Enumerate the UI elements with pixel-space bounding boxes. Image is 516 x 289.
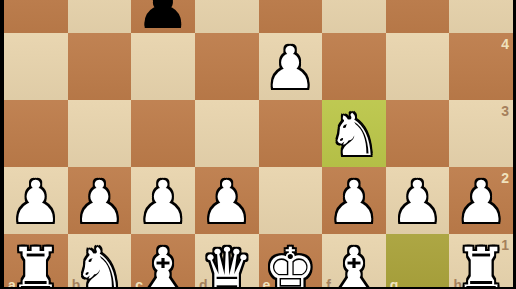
square-d4[interactable]	[195, 33, 259, 100]
black-pawn[interactable]: ♟	[137, 0, 189, 36]
square-f3[interactable]: ♞	[322, 100, 386, 167]
white-pawn[interactable]: ♟	[328, 173, 380, 231]
white-pawn[interactable]: ♟	[201, 173, 253, 231]
square-e4[interactable]: ♟	[259, 33, 323, 100]
rank-label-1: 1	[501, 238, 509, 252]
white-pawn[interactable]: ♟	[73, 173, 125, 231]
square-a3[interactable]	[4, 100, 68, 167]
square-e1[interactable]: ♚e	[259, 234, 323, 289]
square-f4[interactable]	[322, 33, 386, 100]
white-pawn[interactable]: ♟	[10, 173, 62, 231]
square-b1[interactable]: ♞b	[68, 234, 132, 289]
square-b4[interactable]	[68, 33, 132, 100]
square-c1[interactable]: ♝c	[131, 234, 195, 289]
square-d2[interactable]: ♟	[195, 167, 259, 234]
square-e2[interactable]	[259, 167, 323, 234]
square-e5[interactable]	[259, 0, 323, 33]
white-knight[interactable]: ♞	[73, 240, 125, 289]
square-c3[interactable]	[131, 100, 195, 167]
square-h1[interactable]: ♜1h	[449, 234, 513, 289]
square-g4[interactable]	[386, 33, 450, 100]
square-g5[interactable]	[386, 0, 450, 33]
white-pawn[interactable]: ♟	[455, 173, 507, 231]
white-rook[interactable]: ♜	[455, 240, 507, 289]
square-c2[interactable]: ♟	[131, 167, 195, 234]
square-d3[interactable]	[195, 100, 259, 167]
rank-label-4: 4	[501, 37, 509, 51]
square-h3[interactable]: 3	[449, 100, 513, 167]
square-b5[interactable]	[68, 0, 132, 33]
square-c4[interactable]	[131, 33, 195, 100]
rank-label-3: 3	[501, 104, 509, 118]
square-h5[interactable]	[449, 0, 513, 33]
square-d1[interactable]: ♛d	[195, 234, 259, 289]
white-pawn[interactable]: ♟	[137, 173, 189, 231]
square-d5[interactable]	[195, 0, 259, 33]
square-g3[interactable]	[386, 100, 450, 167]
square-g1[interactable]: g	[386, 234, 450, 289]
rank-label-2: 2	[501, 171, 509, 185]
white-pawn[interactable]: ♟	[392, 173, 444, 231]
white-bishop[interactable]: ♝	[137, 240, 189, 289]
chess-board-frame: ♟♟4♞3♟♟♟♟♟♟♟2♜a♞b♝c♛d♚e♝fg♜1h	[0, 0, 516, 289]
white-rook[interactable]: ♜	[10, 240, 62, 289]
white-knight[interactable]: ♞	[328, 106, 380, 164]
square-a2[interactable]: ♟	[4, 167, 68, 234]
square-a4[interactable]	[4, 33, 68, 100]
square-f2[interactable]: ♟	[322, 167, 386, 234]
square-a1[interactable]: ♜a	[4, 234, 68, 289]
white-bishop[interactable]: ♝	[328, 240, 380, 289]
chess-board: ♟♟4♞3♟♟♟♟♟♟♟2♜a♞b♝c♛d♚e♝fg♜1h	[4, 0, 513, 289]
square-b2[interactable]: ♟	[68, 167, 132, 234]
square-f1[interactable]: ♝f	[322, 234, 386, 289]
square-f5[interactable]	[322, 0, 386, 33]
square-a5[interactable]	[4, 0, 68, 33]
white-queen[interactable]: ♛	[201, 240, 253, 289]
square-b3[interactable]	[68, 100, 132, 167]
square-h2[interactable]: ♟2	[449, 167, 513, 234]
square-e3[interactable]	[259, 100, 323, 167]
square-g2[interactable]: ♟	[386, 167, 450, 234]
square-c5[interactable]: ♟	[131, 0, 195, 33]
white-pawn[interactable]: ♟	[264, 39, 316, 97]
square-h4[interactable]: 4	[449, 33, 513, 100]
white-king[interactable]: ♚	[264, 240, 316, 289]
